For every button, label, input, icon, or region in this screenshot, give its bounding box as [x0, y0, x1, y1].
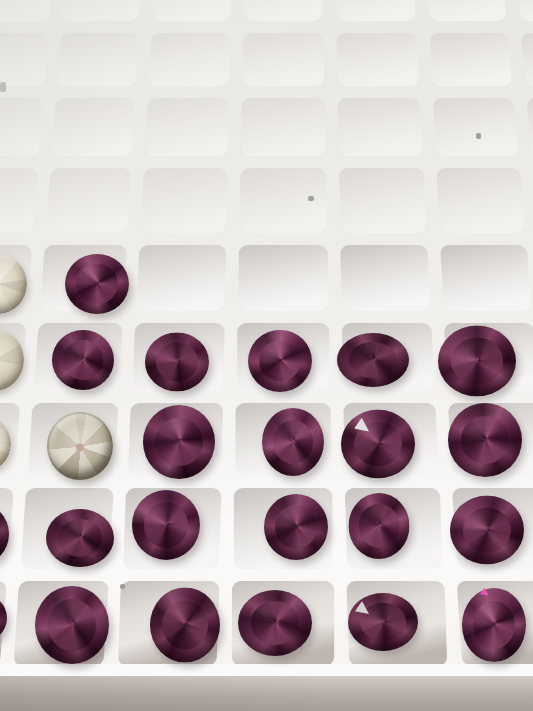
stone-purple-r9c4[interactable]: [238, 590, 312, 656]
sparkle-highlight: [480, 588, 489, 596]
stone-purple-r8c1[interactable]: [0, 504, 9, 564]
stone-purple-r9c5[interactable]: [348, 593, 418, 651]
stone-purple-r7c5[interactable]: [341, 410, 415, 479]
stone-purple-r7c4[interactable]: [262, 408, 324, 476]
stone-purple-r8c2[interactable]: [46, 509, 114, 567]
sparkle-highlight: [354, 418, 369, 432]
sparkle-highlight: [355, 601, 369, 614]
stone-champagne-r7c1[interactable]: [0, 416, 11, 472]
stone-purple-r7c3[interactable]: [143, 405, 215, 479]
stone-champagne-r5c1[interactable]: [0, 254, 27, 314]
stone-purple-r6c6[interactable]: [438, 326, 516, 397]
stone-purple-r8c6[interactable]: [450, 496, 524, 565]
stone-purple-r7c6[interactable]: [448, 403, 522, 477]
stone-purple-r8c3[interactable]: [132, 490, 200, 560]
stone-purple-r5c2[interactable]: [65, 254, 129, 314]
stone-purple-r9c3[interactable]: [150, 588, 220, 663]
stones-layer: [0, 0, 533, 711]
stone-champagne-r6c1[interactable]: [0, 329, 24, 391]
stone-purple-r6c3[interactable]: [145, 333, 209, 392]
stone-purple-r9c1[interactable]: [0, 593, 7, 643]
stone-purple-r9c2[interactable]: [35, 586, 109, 664]
stone-champagne-pointed-r7c2[interactable]: [47, 412, 113, 480]
tray-photo: [0, 0, 533, 711]
stone-purple-r6c5[interactable]: [337, 333, 409, 387]
stone-purple-r9c6[interactable]: [462, 588, 526, 662]
stone-purple-r8c5[interactable]: [349, 493, 410, 559]
stone-purple-r8c4[interactable]: [264, 494, 328, 560]
stone-purple-r6c4[interactable]: [248, 330, 312, 392]
stone-purple-r6c2[interactable]: [52, 330, 114, 390]
